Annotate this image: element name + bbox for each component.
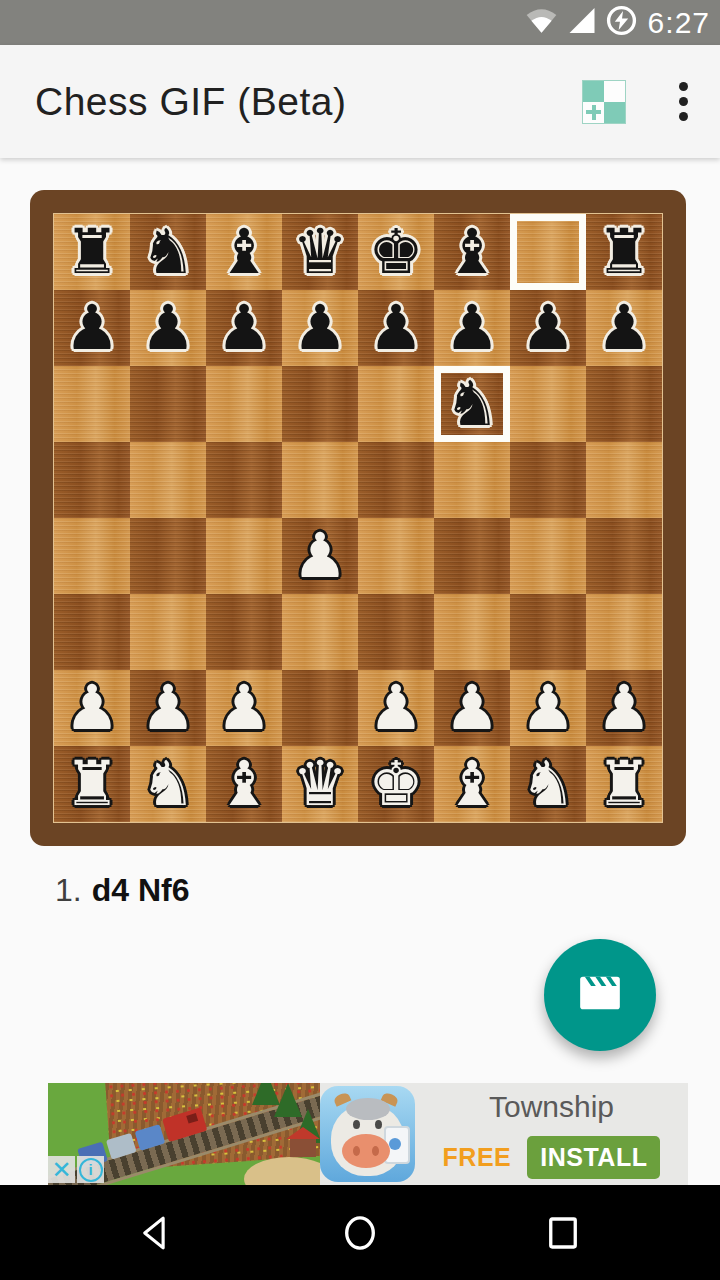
piece-black-king: ♚ (368, 214, 424, 290)
piece-white-bishop: ♝ (444, 746, 500, 822)
square-a7[interactable]: ♟ (54, 290, 130, 366)
square-a2[interactable]: ♟ (54, 670, 130, 746)
piece-white-pawn: ♟ (216, 670, 272, 746)
new-board-icon[interactable] (583, 81, 625, 123)
square-e1[interactable]: ♚ (358, 746, 434, 822)
square-e6[interactable] (358, 366, 434, 442)
piece-black-rook: ♜ (64, 214, 120, 290)
square-a5[interactable] (54, 442, 130, 518)
square-b6[interactable] (130, 366, 206, 442)
piece-white-king: ♚ (368, 746, 424, 822)
wifi-icon (525, 7, 558, 38)
piece-white-rook: ♜ (596, 746, 652, 822)
square-a4[interactable] (54, 518, 130, 594)
icon-cell (604, 102, 625, 123)
piece-black-pawn: ♟ (520, 290, 576, 366)
square-f1[interactable]: ♝ (434, 746, 510, 822)
square-h8[interactable]: ♜ (586, 214, 662, 290)
square-d8[interactable]: ♛ (282, 214, 358, 290)
piece-white-pawn: ♟ (140, 670, 196, 746)
movie-clapper-icon (572, 965, 628, 1025)
square-f8[interactable]: ♝ (434, 214, 510, 290)
back-button[interactable] (134, 1210, 180, 1256)
square-e4[interactable] (358, 518, 434, 594)
piece-black-pawn: ♟ (596, 290, 652, 366)
piece-white-rook: ♜ (64, 746, 120, 822)
ad-close-button[interactable]: ✕ (48, 1156, 75, 1183)
piece-white-pawn: ♟ (64, 670, 120, 746)
square-c8[interactable]: ♝ (206, 214, 282, 290)
piece-white-pawn: ♟ (520, 670, 576, 746)
piece-black-knight: ♞ (444, 366, 500, 442)
square-e8[interactable]: ♚ (358, 214, 434, 290)
square-d5[interactable] (282, 442, 358, 518)
square-f7[interactable]: ♟ (434, 290, 510, 366)
screen: 6:27 Chess GIF (Beta) ♜♞♝♛♚♝♜♟♟♟♟♟♟♟♟♞♟♟… (0, 0, 720, 1280)
square-c5[interactable] (206, 442, 282, 518)
piece-black-pawn: ♟ (64, 290, 120, 366)
chess-board: ♜♞♝♛♚♝♜♟♟♟♟♟♟♟♟♞♟♟♟♟♟♟♟♟♜♞♝♛♚♝♞♜ (54, 214, 662, 822)
piece-white-pawn: ♟ (292, 518, 348, 594)
piece-black-pawn: ♟ (140, 290, 196, 366)
status-time: 6:27 (648, 6, 710, 40)
square-h1[interactable]: ♜ (586, 746, 662, 822)
recents-button[interactable] (540, 1210, 586, 1256)
move-number: 1. (55, 872, 82, 908)
square-f4[interactable] (434, 518, 510, 594)
piece-white-pawn: ♟ (444, 670, 500, 746)
battery-charging-icon (606, 5, 637, 40)
piece-black-pawn: ♟ (368, 290, 424, 366)
square-e5[interactable] (358, 442, 434, 518)
square-b8[interactable]: ♞ (130, 214, 206, 290)
square-a1[interactable]: ♜ (54, 746, 130, 822)
square-h7[interactable]: ♟ (586, 290, 662, 366)
appbar-actions (583, 78, 720, 125)
ad-app-icon[interactable] (320, 1086, 415, 1182)
square-d3[interactable] (282, 594, 358, 670)
square-g1[interactable]: ♞ (510, 746, 586, 822)
square-d7[interactable]: ♟ (282, 290, 358, 366)
ad-text-area: Township FREE INSTALL (415, 1083, 688, 1185)
square-d1[interactable]: ♛ (282, 746, 358, 822)
ad-install-button[interactable]: INSTALL (527, 1136, 660, 1179)
ad-banner: ✕ i Township FREE INSTALL (48, 1083, 688, 1185)
back-icon (136, 1212, 178, 1254)
recents-icon (542, 1212, 584, 1254)
piece-white-knight: ♞ (520, 746, 576, 822)
square-e7[interactable]: ♟ (358, 290, 434, 366)
square-h3[interactable] (586, 594, 662, 670)
piece-black-pawn: ♟ (292, 290, 348, 366)
square-h2[interactable]: ♟ (586, 670, 662, 746)
square-c2[interactable]: ♟ (206, 670, 282, 746)
info-icon: i (79, 1158, 103, 1182)
square-h4[interactable] (586, 518, 662, 594)
create-gif-fab[interactable] (544, 939, 656, 1051)
square-d2[interactable] (282, 670, 358, 746)
icon-cell (583, 81, 604, 102)
piece-white-queen: ♛ (292, 746, 348, 822)
square-c7[interactable]: ♟ (206, 290, 282, 366)
square-g7[interactable]: ♟ (510, 290, 586, 366)
house (290, 1139, 316, 1157)
square-h5[interactable] (586, 442, 662, 518)
icon-cell (604, 81, 625, 102)
square-f2[interactable]: ♟ (434, 670, 510, 746)
square-a3[interactable] (54, 594, 130, 670)
square-g6[interactable] (510, 366, 586, 442)
piece-black-pawn: ♟ (444, 290, 500, 366)
overflow-menu-icon[interactable] (675, 78, 692, 125)
page-title: Chess GIF (Beta) (35, 80, 346, 124)
square-g4[interactable] (510, 518, 586, 594)
plus-icon (583, 102, 604, 123)
piece-white-knight: ♞ (140, 746, 196, 822)
square-g2[interactable]: ♟ (510, 670, 586, 746)
square-c6[interactable] (206, 366, 282, 442)
piece-black-bishop: ♝ (216, 214, 272, 290)
square-f6[interactable]: ♞ (434, 366, 510, 442)
piece-black-rook: ♜ (596, 214, 652, 290)
square-e2[interactable]: ♟ (358, 670, 434, 746)
square-h6[interactable] (586, 366, 662, 442)
app-bar: Chess GIF (Beta) (0, 45, 720, 158)
square-b7[interactable]: ♟ (130, 290, 206, 366)
piece-black-queen: ♛ (292, 214, 348, 290)
home-icon (339, 1212, 381, 1254)
ad-info-button[interactable]: i (77, 1156, 104, 1183)
square-b2[interactable]: ♟ (130, 670, 206, 746)
square-g3[interactable] (510, 594, 586, 670)
square-b5[interactable] (130, 442, 206, 518)
ad-app-name: Township (489, 1090, 614, 1124)
square-b4[interactable] (130, 518, 206, 594)
chess-board-frame: ♜♞♝♛♚♝♜♟♟♟♟♟♟♟♟♞♟♟♟♟♟♟♟♟♜♞♝♛♚♝♞♜ (30, 190, 686, 846)
ad-image[interactable]: ✕ i (48, 1083, 320, 1185)
piece-white-pawn: ♟ (368, 670, 424, 746)
home-button[interactable] (337, 1210, 383, 1256)
square-d4[interactable]: ♟ (282, 518, 358, 594)
square-g8[interactable] (510, 214, 586, 290)
square-c4[interactable] (206, 518, 282, 594)
piece-black-pawn: ♟ (216, 290, 272, 366)
move-text: d4 Nf6 (92, 872, 190, 908)
piece-white-bishop: ♝ (216, 746, 272, 822)
square-g5[interactable] (510, 442, 586, 518)
piece-white-pawn: ♟ (596, 670, 652, 746)
move-list: 1.d4 Nf6 (55, 872, 189, 909)
cellular-signal-icon (567, 7, 597, 38)
square-e3[interactable] (358, 594, 434, 670)
square-c1[interactable]: ♝ (206, 746, 282, 822)
square-f5[interactable] (434, 442, 510, 518)
square-f3[interactable] (434, 594, 510, 670)
square-b3[interactable] (130, 594, 206, 670)
square-d6[interactable] (282, 366, 358, 442)
ad-price-label: FREE (443, 1143, 512, 1172)
path (244, 1157, 320, 1185)
square-b1[interactable]: ♞ (130, 746, 206, 822)
navigation-bar (0, 1185, 720, 1280)
square-a6[interactable] (54, 366, 130, 442)
piece-black-bishop: ♝ (444, 214, 500, 290)
square-c3[interactable] (206, 594, 282, 670)
square-a8[interactable]: ♜ (54, 214, 130, 290)
status-bar: 6:27 (0, 0, 720, 45)
piece-black-knight: ♞ (140, 214, 196, 290)
